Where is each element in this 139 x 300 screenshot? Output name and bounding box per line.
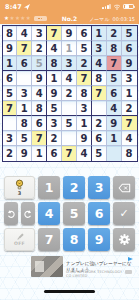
cell-r3c2[interactable]: 6: [17, 56, 32, 71]
cell-r3c9[interactable]: 9: [122, 56, 137, 71]
settings-button[interactable]: [113, 228, 135, 251]
battery-icon: [123, 4, 134, 9]
game-header: ★★★★★ No.2 ノーマル 00:03:15: [0, 13, 139, 24]
cell-r3c8[interactable]: 7: [107, 56, 122, 71]
top-bar: 8:47 ★★★★★ No.2 ノーマル 00:03:15: [0, 0, 139, 24]
cell-r5c2[interactable]: 3: [17, 86, 32, 101]
numpad-1[interactable]: 1: [38, 176, 60, 199]
home-indicator[interactable]: [44, 290, 95, 293]
cell-r7c8[interactable]: 9: [107, 116, 122, 131]
cell-r6c8[interactable]: 4: [107, 101, 122, 116]
cell-r7c1[interactable]: [3, 116, 18, 131]
mode-label: ノーマル: [89, 16, 109, 22]
numpad-8[interactable]: 8: [63, 228, 85, 251]
control-panel: 3 1 2 3 4: [4, 176, 135, 251]
cell-r2c2[interactable]: 7: [17, 41, 32, 56]
cell-r6c3[interactable]: 8: [32, 101, 47, 116]
cell-r2c4[interactable]: 4: [47, 41, 62, 56]
location-arrow-icon: [24, 4, 30, 10]
cell-r4c4[interactable]: 1: [47, 71, 62, 86]
cell-r5c9[interactable]: 1: [122, 86, 137, 101]
clock-time: 8:47: [5, 3, 22, 11]
cell-r1c3[interactable]: 3: [32, 26, 47, 41]
sudoku-board: 8437961259724153861658324796914785353492…: [2, 25, 138, 162]
ad-info-badge[interactable]: [125, 270, 132, 275]
cell-r9c9[interactable]: 8: [122, 146, 137, 161]
cell-r9c3[interactable]: 1: [32, 146, 47, 161]
redo-icon: [23, 209, 33, 219]
cell-r1c9[interactable]: 5: [122, 26, 137, 41]
undo-button[interactable]: [4, 202, 18, 225]
cell-r8c1[interactable]: 3: [3, 131, 18, 146]
cell-r8c5[interactable]: [62, 131, 77, 146]
cell-r5c6[interactable]: 8: [77, 86, 92, 101]
numpad-7[interactable]: 7: [38, 228, 60, 251]
ad-thumbnail: [31, 256, 63, 277]
cell-r5c3[interactable]: 4: [32, 86, 47, 101]
cell-r7c2[interactable]: 8: [17, 116, 32, 131]
cell-r4c6[interactable]: 7: [77, 71, 92, 86]
cell-r8c2[interactable]: 5: [17, 131, 32, 146]
cell-r1c2[interactable]: 4: [17, 26, 32, 41]
wifi-icon: [113, 4, 121, 10]
redo-button[interactable]: [21, 202, 35, 225]
check-icon: ✓: [119, 208, 128, 219]
cell-r3c3[interactable]: 5: [32, 56, 47, 71]
cell-r4c5[interactable]: 4: [62, 71, 77, 86]
cell-r7c4[interactable]: 3: [47, 116, 62, 131]
cell-r4c1[interactable]: 6: [3, 71, 18, 86]
cell-r5c7[interactable]: 7: [92, 86, 107, 101]
check-button[interactable]: ✓: [113, 202, 135, 225]
cell-r1c6[interactable]: 6: [77, 26, 92, 41]
cell-r6c6[interactable]: 3: [77, 101, 92, 116]
cell-r6c7[interactable]: [92, 101, 107, 116]
cell-r7c6[interactable]: 1: [77, 116, 92, 131]
cell-r3c6[interactable]: 2: [77, 56, 92, 71]
timer: 00:03:15: [113, 16, 135, 22]
status-bar: 8:47: [0, 0, 139, 13]
cell-r8c7[interactable]: 6: [92, 131, 107, 146]
cell-r1c7[interactable]: 1: [92, 26, 107, 41]
cell-r5c8[interactable]: 6: [107, 86, 122, 101]
cell-r8c6[interactable]: 9: [77, 131, 92, 146]
cell-r1c5[interactable]: 9: [62, 26, 77, 41]
cell-r4c2[interactable]: [17, 71, 32, 86]
cell-r1c8[interactable]: 2: [107, 26, 122, 41]
gear-icon: [118, 233, 131, 246]
ad-choices-icon[interactable]: [128, 257, 133, 261]
cell-r7c3[interactable]: 6: [32, 116, 47, 131]
cell-r3c5[interactable]: 3: [62, 56, 77, 71]
cell-r6c1[interactable]: 7: [3, 101, 18, 116]
cell-r3c7[interactable]: 4: [92, 56, 107, 71]
ad-banner[interactable]: ナンプレに強いプレーヤーになりましょう G-MO NETWORK TECHNOL…: [0, 255, 139, 281]
numpad-6[interactable]: 6: [88, 202, 110, 225]
cell-r4c7[interactable]: 8: [92, 71, 107, 86]
ad-sponsor: G-MO NETWORK TECHNOLOGY CO LIMITED: [66, 270, 126, 278]
cell-r6c4[interactable]: 5: [47, 101, 62, 116]
cell-r2c8[interactable]: 8: [107, 41, 122, 56]
cell-r5c4[interactable]: 9: [47, 86, 62, 101]
cell-r8c3[interactable]: 7: [32, 131, 47, 146]
cell-r4c9[interactable]: 3: [122, 71, 137, 86]
lightbulb-icon: [14, 179, 25, 190]
cell-r2c9[interactable]: 6: [122, 41, 137, 56]
cell-r5c5[interactable]: 2: [62, 86, 77, 101]
cell-r9c6[interactable]: 4: [77, 146, 92, 161]
cell-r5c1[interactable]: 5: [3, 86, 18, 101]
cell-r9c8[interactable]: [107, 146, 122, 161]
numpad-9[interactable]: 9: [88, 228, 110, 251]
cell-r2c5[interactable]: 1: [62, 41, 77, 56]
cell-r1c4[interactable]: 7: [47, 26, 62, 41]
numpad-5[interactable]: 5: [63, 202, 85, 225]
cell-r2c7[interactable]: 3: [92, 41, 107, 56]
cell-r3c4[interactable]: 8: [47, 56, 62, 71]
cell-r7c7[interactable]: 2: [92, 116, 107, 131]
cell-r6c2[interactable]: 1: [17, 101, 32, 116]
cell-r8c8[interactable]: 1: [107, 131, 122, 146]
cell-r9c1[interactable]: 2: [3, 146, 18, 161]
cell-r9c4[interactable]: 6: [47, 146, 62, 161]
cell-r9c7[interactable]: 5: [92, 146, 107, 161]
cell-r1c1[interactable]: 8: [3, 26, 18, 41]
cell-r9c2[interactable]: 9: [17, 146, 32, 161]
cell-r7c9[interactable]: 7: [122, 116, 137, 131]
cell-r4c8[interactable]: 5: [107, 71, 122, 86]
cell-r3c1[interactable]: 1: [3, 56, 18, 71]
pencil-state-label: OFF: [14, 242, 25, 247]
cellular-signal-icon: [102, 4, 111, 9]
cell-r2c6[interactable]: 5: [77, 41, 92, 56]
cell-r2c3[interactable]: 2: [32, 41, 47, 56]
numpad-4[interactable]: 4: [38, 202, 60, 225]
numpad-3[interactable]: 3: [88, 176, 110, 199]
erase-button[interactable]: [113, 176, 135, 199]
cell-r6c9[interactable]: 2: [122, 101, 137, 116]
pencil-icon: [15, 232, 25, 242]
cell-r2c1[interactable]: 9: [3, 41, 18, 56]
cell-r4c3[interactable]: 9: [32, 71, 47, 86]
undo-icon: [6, 209, 16, 219]
cell-r9c5[interactable]: 7: [62, 146, 77, 161]
cell-r6c5[interactable]: [62, 101, 77, 116]
phone-screen: 8:47 ★★★★★ No.2 ノーマル 00:03:15 8437961259: [0, 0, 139, 300]
backspace-icon: [118, 183, 131, 193]
hint-button[interactable]: 3: [4, 176, 35, 199]
cell-r8c4[interactable]: 2: [47, 131, 62, 146]
pencil-toggle-button[interactable]: OFF: [4, 228, 35, 251]
cell-r8c9[interactable]: 4: [122, 131, 137, 146]
numpad-2[interactable]: 2: [63, 176, 85, 199]
hint-count: 3: [18, 191, 21, 196]
cell-r7c5[interactable]: 5: [62, 116, 77, 131]
